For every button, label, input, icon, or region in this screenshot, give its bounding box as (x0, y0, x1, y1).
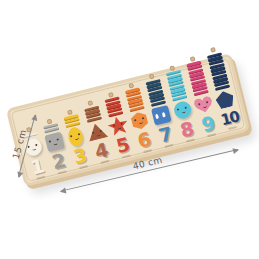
ring-stack-9 (184, 55, 208, 97)
number-cell: 10 (217, 107, 244, 134)
wooden-peg (107, 92, 113, 98)
number-9: 9 (200, 114, 217, 136)
number-8: 8 (178, 119, 195, 141)
number-6: 6 (136, 130, 153, 152)
smiley-face (68, 130, 82, 143)
product-photo: 12345678910 15 cm 40 cm (0, 0, 259, 259)
ring-stack-6 (123, 81, 144, 112)
wooden-peg (169, 65, 175, 71)
number-5: 5 (114, 135, 131, 157)
smiley-face (197, 98, 211, 111)
number-4: 4 (93, 140, 110, 162)
number-2: 2 (50, 151, 67, 173)
number-10: 10 (219, 110, 240, 129)
wooden-peg (210, 47, 216, 53)
smiley-face (175, 104, 189, 117)
smiley-face (111, 120, 125, 133)
smiley-face (218, 93, 232, 106)
wooden-peg (46, 118, 52, 124)
wooden-peg (189, 56, 195, 62)
smiley-face (90, 127, 104, 140)
wooden-peg (87, 100, 93, 106)
number-3: 3 (72, 146, 89, 168)
shape-pentagon (214, 89, 236, 110)
wooden-peg (66, 109, 72, 115)
smiley-face (47, 136, 61, 149)
wooden-peg (148, 74, 154, 80)
number-1: 1 (29, 156, 46, 178)
wooden-peg (128, 83, 134, 89)
drop-eyes (154, 110, 169, 121)
number-7: 7 (157, 124, 174, 146)
smiley-face (132, 114, 146, 127)
